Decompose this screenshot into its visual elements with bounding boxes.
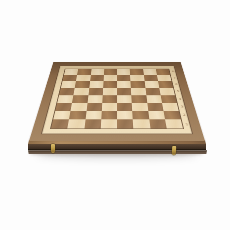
square-e5 [117, 88, 131, 95]
chessboard-lid-surface: 87654321 [29, 62, 205, 141]
square-c1 [84, 119, 101, 128]
square-a4 [57, 95, 73, 103]
rank-label-2: 2 [180, 111, 189, 120]
square-b1 [68, 119, 86, 128]
square-h1 [165, 119, 183, 128]
square-c5 [88, 88, 103, 95]
square-b4 [72, 95, 88, 103]
square-c2 [85, 111, 101, 120]
square-e3 [117, 103, 132, 111]
square-h3 [162, 103, 179, 111]
square-f3 [132, 103, 148, 111]
square-d1 [101, 119, 117, 128]
square-g1 [149, 119, 167, 128]
square-b5 [74, 88, 89, 95]
square-f6 [131, 81, 145, 88]
board-grid [50, 69, 184, 130]
square-g5 [145, 88, 160, 95]
square-a1 [51, 119, 69, 128]
square-a6 [61, 81, 76, 88]
square-d4 [102, 95, 117, 103]
square-f4 [131, 95, 146, 103]
brass-latch-left [51, 144, 55, 153]
square-e4 [117, 95, 132, 103]
product-photo-scene: 87654321 [0, 0, 230, 230]
square-f5 [131, 88, 146, 95]
square-c3 [86, 103, 102, 111]
square-h5 [159, 88, 175, 95]
square-b3 [71, 103, 87, 111]
square-h2 [163, 111, 180, 120]
square-g3 [147, 103, 163, 111]
square-b6 [75, 81, 90, 88]
square-e6 [117, 81, 131, 88]
square-a3 [55, 103, 72, 111]
square-d3 [102, 103, 117, 111]
square-g2 [148, 111, 165, 120]
square-d2 [101, 111, 117, 120]
square-b2 [69, 111, 86, 120]
square-g6 [144, 81, 159, 88]
square-c6 [89, 81, 103, 88]
square-d5 [103, 88, 117, 95]
square-h6 [158, 81, 173, 88]
square-h4 [160, 95, 176, 103]
square-a5 [59, 88, 75, 95]
brass-latch-right [172, 146, 176, 155]
rank-label-1: 1 [182, 120, 191, 129]
square-f2 [132, 111, 148, 120]
square-e2 [117, 111, 133, 120]
square-f1 [133, 119, 150, 128]
square-c4 [87, 95, 102, 103]
square-g4 [146, 95, 162, 103]
square-e1 [117, 119, 133, 128]
square-a2 [53, 111, 70, 120]
square-d6 [103, 81, 117, 88]
